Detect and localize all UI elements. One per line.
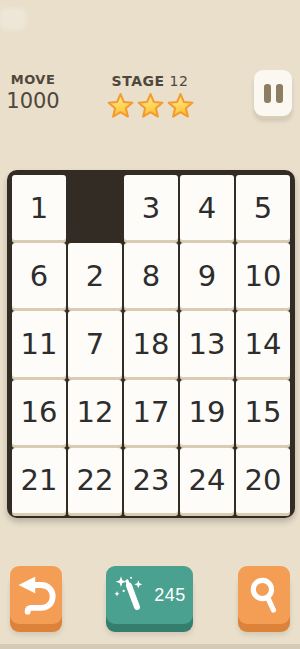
tile-6[interactable]: 6 (12, 243, 66, 308)
move-label: MOVE (6, 72, 60, 87)
search-button[interactable] (238, 566, 290, 624)
tile-21[interactable]: 21 (12, 448, 66, 513)
puzzle-board: 134562891011718131416121719152122232420 (7, 170, 295, 518)
tile-22[interactable]: 22 (68, 448, 122, 513)
tile-1[interactable]: 1 (12, 175, 66, 240)
tile-10[interactable]: 10 (236, 243, 290, 308)
bottom-shade (0, 644, 300, 649)
stage-label: STAGE (112, 73, 165, 89)
tile-18[interactable]: 18 (124, 311, 178, 376)
tile-3[interactable]: 3 (124, 175, 178, 240)
stage-number: 12 (170, 73, 189, 89)
tile-24[interactable]: 24 (180, 448, 234, 513)
pause-icon (276, 84, 283, 103)
corner-glare (0, 8, 26, 30)
stage-title: STAGE12 (112, 73, 189, 89)
star-icon (166, 92, 195, 121)
tile-11[interactable]: 11 (12, 311, 66, 376)
puzzle-grid: 134562891011718131416121719152122232420 (12, 175, 290, 513)
tile-4[interactable]: 4 (180, 175, 234, 240)
magic-wand-icon (113, 575, 149, 615)
tile-13[interactable]: 13 (180, 311, 234, 376)
stars-row (105, 92, 195, 121)
move-counter: MOVE 1000 (6, 72, 60, 113)
tile-9[interactable]: 9 (180, 243, 234, 308)
tile-15[interactable]: 15 (236, 380, 290, 445)
tile-16[interactable]: 16 (12, 380, 66, 445)
tile-2[interactable]: 2 (68, 243, 122, 308)
move-value: 1000 (6, 89, 60, 113)
tile-12[interactable]: 12 (68, 380, 122, 445)
game-screen: MOVE 1000 STAGE12 1345628910117181314161… (0, 0, 300, 649)
hint-count: 245 (154, 585, 186, 606)
undo-arrow-icon (16, 574, 56, 616)
empty-cell (68, 175, 122, 240)
tile-19[interactable]: 19 (180, 380, 234, 445)
magnifier-icon (245, 574, 283, 616)
star-icon (106, 92, 135, 121)
pause-icon (264, 84, 271, 103)
tile-5[interactable]: 5 (236, 175, 290, 240)
star-icon (136, 92, 165, 121)
tile-23[interactable]: 23 (124, 448, 178, 513)
tile-14[interactable]: 14 (236, 311, 290, 376)
hint-button[interactable]: 245 (106, 566, 193, 624)
tile-20[interactable]: 20 (236, 448, 290, 513)
tile-8[interactable]: 8 (124, 243, 178, 308)
pause-button[interactable] (254, 70, 292, 116)
undo-button[interactable] (10, 566, 62, 624)
tile-17[interactable]: 17 (124, 380, 178, 445)
tile-7[interactable]: 7 (68, 311, 122, 376)
